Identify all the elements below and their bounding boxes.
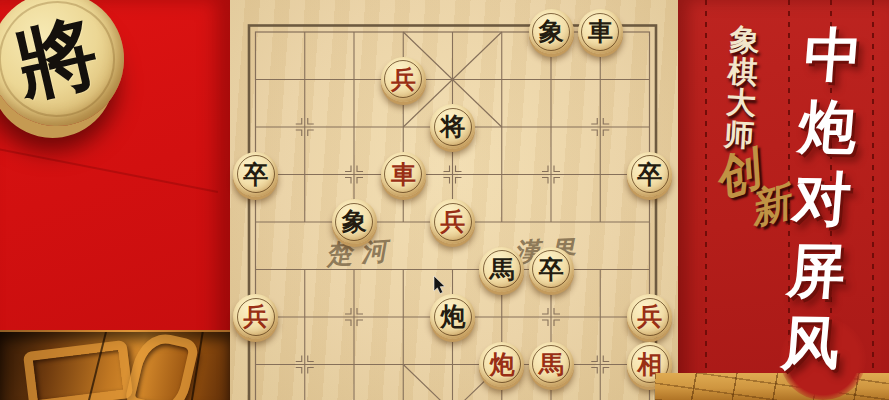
xiangqi-piece-black-chariot[interactable]: 車	[578, 9, 623, 54]
screenshot-root: 將 楚河 漢界 象車兵将卒車卒象兵馬卒兵炮兵炮馬相 象棋大师 创 新 中炮对屏风	[0, 0, 889, 400]
stitch-line	[705, 0, 707, 400]
piece-character: 象	[342, 209, 367, 234]
xiangqi-piece-red-soldier[interactable]: 兵	[430, 199, 475, 244]
piece-character: 象	[539, 19, 564, 44]
cloth-fold-line	[0, 145, 218, 193]
piece-character: 馬	[539, 352, 564, 377]
xiangqi-piece-black-cannon[interactable]: 炮	[430, 294, 475, 339]
general-piece-character: 將	[9, 11, 105, 107]
xiangqi-piece-black-general[interactable]: 将	[430, 104, 475, 149]
app-subtitle: 象棋大师	[721, 23, 763, 151]
stamp-text-char: 新	[746, 182, 794, 230]
mouse-cursor	[433, 276, 447, 300]
piece-character: 卒	[539, 257, 564, 282]
xiangqi-piece-black-horse[interactable]: 馬	[479, 247, 524, 292]
xiangqi-piece-red-soldier[interactable]: 兵	[627, 294, 672, 339]
piece-character: 炮	[440, 304, 465, 329]
piece-character: 炮	[489, 352, 514, 377]
xiangqi-piece-red-soldier[interactable]: 兵	[381, 57, 426, 102]
xiangqi-piece-red-soldier[interactable]: 兵	[233, 294, 278, 339]
general-piece-photo: 將	[0, 0, 134, 136]
xiangqi-piece-black-soldier[interactable]: 卒	[627, 152, 672, 197]
xiangqi-piece-red-cannon[interactable]: 炮	[479, 342, 524, 387]
xiangqi-board[interactable]: 楚河 漢界 象車兵将卒車卒象兵馬卒兵炮兵炮馬相	[230, 0, 678, 400]
xiangqi-piece-black-elephant[interactable]: 象	[529, 9, 574, 54]
piece-character: 卒	[243, 162, 268, 187]
piece-character: 兵	[243, 304, 268, 329]
xiangqi-piece-black-soldier[interactable]: 卒	[233, 152, 278, 197]
xiangqi-piece-red-chariot[interactable]: 車	[381, 152, 426, 197]
xiangqi-piece-red-horse[interactable]: 馬	[529, 342, 574, 387]
stitch-line	[872, 0, 874, 400]
bronze-carving-shape	[124, 330, 200, 400]
piece-character: 兵	[391, 67, 416, 92]
piece-character: 馬	[489, 257, 514, 282]
piece-character: 兵	[637, 304, 662, 329]
piece-character: 車	[391, 162, 416, 187]
piece-character: 兵	[440, 209, 465, 234]
right-promo-panel: 象棋大师 创 新 中炮对屏风	[678, 0, 889, 400]
left-decorative-panel: 將	[0, 0, 230, 400]
bronze-carving-shape	[23, 340, 133, 400]
xiangqi-piece-black-elephant[interactable]: 象	[332, 199, 377, 244]
piece-character: 将	[440, 114, 465, 139]
pieces-grid: 象車兵将卒車卒象兵馬卒兵炮兵炮馬相	[231, 8, 674, 400]
bronze-relief-decoration	[0, 330, 230, 400]
piece-character: 卒	[637, 162, 662, 187]
piece-character: 車	[588, 19, 613, 44]
xiangqi-piece-black-soldier[interactable]: 卒	[529, 247, 574, 292]
